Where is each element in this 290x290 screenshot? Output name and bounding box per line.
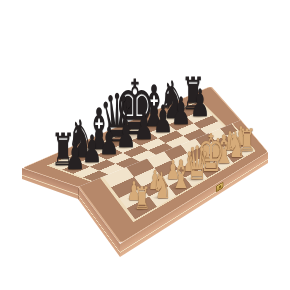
chess-set-photo: Opened wooden folding chess set photogra… (0, 0, 290, 290)
